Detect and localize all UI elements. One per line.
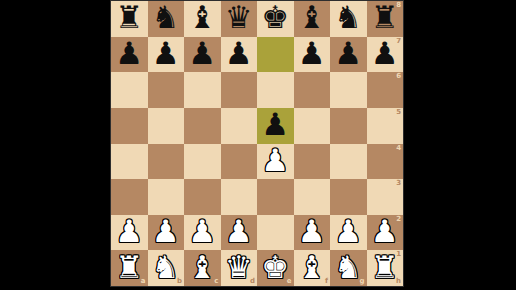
square-e5[interactable]: ♟ bbox=[257, 108, 294, 144]
square-e1[interactable]: ♚e bbox=[257, 250, 294, 286]
square-g7[interactable]: ♟ bbox=[330, 37, 367, 73]
square-d2[interactable]: ♟ bbox=[221, 215, 258, 251]
piece-black-knight[interactable]: ♞ bbox=[334, 2, 362, 33]
square-f3[interactable] bbox=[294, 179, 331, 215]
square-g2[interactable]: ♟ bbox=[330, 215, 367, 251]
square-e8[interactable]: ♚ bbox=[257, 1, 294, 37]
square-c2[interactable]: ♟ bbox=[184, 215, 221, 251]
square-h4[interactable]: 4 bbox=[367, 144, 404, 180]
square-b5[interactable] bbox=[148, 108, 185, 144]
square-f6[interactable] bbox=[294, 72, 331, 108]
square-a5[interactable] bbox=[111, 108, 148, 144]
square-a2[interactable]: ♟ bbox=[111, 215, 148, 251]
square-h8[interactable]: ♜8 bbox=[367, 1, 404, 37]
piece-white-pawn[interactable]: ♟ bbox=[152, 216, 180, 247]
piece-black-bishop[interactable]: ♝ bbox=[188, 2, 216, 33]
square-c3[interactable] bbox=[184, 179, 221, 215]
square-a6[interactable] bbox=[111, 72, 148, 108]
square-f8[interactable]: ♝ bbox=[294, 1, 331, 37]
piece-white-bishop[interactable]: ♝ bbox=[188, 252, 216, 283]
piece-black-pawn[interactable]: ♟ bbox=[225, 38, 253, 69]
rank-label-4: 4 bbox=[396, 145, 401, 152]
piece-black-bishop[interactable]: ♝ bbox=[298, 2, 326, 33]
square-g1[interactable]: ♞g bbox=[330, 250, 367, 286]
chess-board: ♜♞♝♛♚♝♞♜8♟♟♟♟♟♟♟76♟5♟43♟♟♟♟♟♟♟2♜a♞b♝c♛d♚… bbox=[111, 1, 403, 286]
square-c8[interactable]: ♝ bbox=[184, 1, 221, 37]
piece-white-king[interactable]: ♚ bbox=[261, 252, 289, 283]
file-label-a: a bbox=[141, 278, 146, 285]
file-label-f: f bbox=[325, 278, 328, 285]
square-a1[interactable]: ♜a bbox=[111, 250, 148, 286]
piece-black-pawn[interactable]: ♟ bbox=[298, 38, 326, 69]
rank-label-5: 5 bbox=[396, 109, 401, 116]
square-a7[interactable]: ♟ bbox=[111, 37, 148, 73]
piece-black-pawn[interactable]: ♟ bbox=[152, 38, 180, 69]
square-g5[interactable] bbox=[330, 108, 367, 144]
square-d7[interactable]: ♟ bbox=[221, 37, 258, 73]
piece-black-pawn[interactable]: ♟ bbox=[115, 38, 143, 69]
piece-black-pawn[interactable]: ♟ bbox=[261, 109, 289, 140]
square-b8[interactable]: ♞ bbox=[148, 1, 185, 37]
square-b6[interactable] bbox=[148, 72, 185, 108]
piece-white-pawn[interactable]: ♟ bbox=[261, 145, 289, 176]
square-g4[interactable] bbox=[330, 144, 367, 180]
piece-black-pawn[interactable]: ♟ bbox=[334, 38, 362, 69]
piece-white-pawn[interactable]: ♟ bbox=[371, 216, 399, 247]
square-h2[interactable]: ♟2 bbox=[367, 215, 404, 251]
square-e4[interactable]: ♟ bbox=[257, 144, 294, 180]
square-b2[interactable]: ♟ bbox=[148, 215, 185, 251]
rank-label-8: 8 bbox=[396, 2, 401, 9]
piece-black-pawn[interactable]: ♟ bbox=[188, 38, 216, 69]
piece-white-rook[interactable]: ♜ bbox=[371, 252, 399, 283]
video-frame-background: ♜♞♝♛♚♝♞♜8♟♟♟♟♟♟♟76♟5♟43♟♟♟♟♟♟♟2♜a♞b♝c♛d♚… bbox=[0, 0, 516, 290]
square-c1[interactable]: ♝c bbox=[184, 250, 221, 286]
square-c5[interactable] bbox=[184, 108, 221, 144]
square-d6[interactable] bbox=[221, 72, 258, 108]
piece-black-king[interactable]: ♚ bbox=[261, 2, 289, 33]
file-label-g: g bbox=[359, 278, 364, 285]
piece-white-knight[interactable]: ♞ bbox=[152, 252, 180, 283]
square-h6[interactable]: 6 bbox=[367, 72, 404, 108]
square-g6[interactable] bbox=[330, 72, 367, 108]
square-f4[interactable] bbox=[294, 144, 331, 180]
file-label-e: e bbox=[287, 278, 292, 285]
square-e2[interactable] bbox=[257, 215, 294, 251]
piece-white-pawn[interactable]: ♟ bbox=[298, 216, 326, 247]
square-f7[interactable]: ♟ bbox=[294, 37, 331, 73]
square-g8[interactable]: ♞ bbox=[330, 1, 367, 37]
square-d8[interactable]: ♛ bbox=[221, 1, 258, 37]
rank-label-7: 7 bbox=[396, 38, 401, 45]
square-h3[interactable]: 3 bbox=[367, 179, 404, 215]
square-b4[interactable] bbox=[148, 144, 185, 180]
square-b1[interactable]: ♞b bbox=[148, 250, 185, 286]
file-label-d: d bbox=[250, 278, 255, 285]
piece-white-pawn[interactable]: ♟ bbox=[188, 216, 216, 247]
square-e6[interactable] bbox=[257, 72, 294, 108]
square-b3[interactable] bbox=[148, 179, 185, 215]
square-a8[interactable]: ♜ bbox=[111, 1, 148, 37]
piece-black-rook[interactable]: ♜ bbox=[115, 2, 143, 33]
square-e7[interactable] bbox=[257, 37, 294, 73]
square-e3[interactable] bbox=[257, 179, 294, 215]
piece-white-bishop[interactable]: ♝ bbox=[298, 252, 326, 283]
square-c7[interactable]: ♟ bbox=[184, 37, 221, 73]
square-a4[interactable] bbox=[111, 144, 148, 180]
piece-white-queen[interactable]: ♛ bbox=[225, 252, 253, 283]
piece-black-queen[interactable]: ♛ bbox=[225, 2, 253, 33]
square-h1[interactable]: ♜1h bbox=[367, 250, 404, 286]
square-c6[interactable] bbox=[184, 72, 221, 108]
square-f2[interactable]: ♟ bbox=[294, 215, 331, 251]
square-h5[interactable]: 5 bbox=[367, 108, 404, 144]
piece-white-rook[interactable]: ♜ bbox=[115, 252, 143, 283]
rank-label-1: 1 bbox=[396, 251, 401, 258]
rank-label-6: 6 bbox=[396, 73, 401, 80]
square-c4[interactable] bbox=[184, 144, 221, 180]
file-label-c: c bbox=[214, 278, 218, 285]
rank-label-3: 3 bbox=[396, 180, 401, 187]
piece-white-pawn[interactable]: ♟ bbox=[115, 216, 143, 247]
square-d4[interactable] bbox=[221, 144, 258, 180]
file-label-h: h bbox=[396, 278, 401, 285]
square-d3[interactable] bbox=[221, 179, 258, 215]
piece-white-pawn[interactable]: ♟ bbox=[334, 216, 362, 247]
piece-black-pawn[interactable]: ♟ bbox=[371, 38, 399, 69]
square-f1[interactable]: ♝f bbox=[294, 250, 331, 286]
square-d1[interactable]: ♛d bbox=[221, 250, 258, 286]
piece-black-rook[interactable]: ♜ bbox=[371, 2, 399, 33]
square-f5[interactable] bbox=[294, 108, 331, 144]
square-g3[interactable] bbox=[330, 179, 367, 215]
rank-label-2: 2 bbox=[396, 216, 401, 223]
square-b7[interactable]: ♟ bbox=[148, 37, 185, 73]
piece-black-knight[interactable]: ♞ bbox=[152, 2, 180, 33]
square-d5[interactable] bbox=[221, 108, 258, 144]
piece-white-knight[interactable]: ♞ bbox=[334, 252, 362, 283]
piece-white-pawn[interactable]: ♟ bbox=[225, 216, 253, 247]
square-h7[interactable]: ♟7 bbox=[367, 37, 404, 73]
square-a3[interactable] bbox=[111, 179, 148, 215]
file-label-b: b bbox=[177, 278, 182, 285]
